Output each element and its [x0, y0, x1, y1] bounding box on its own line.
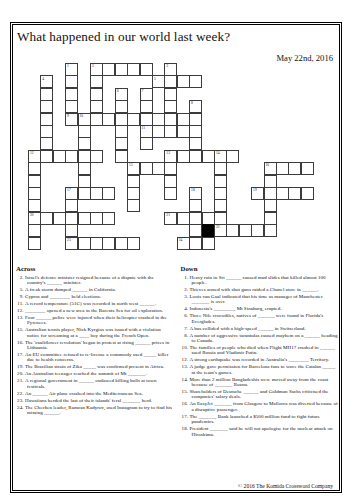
grid-cell[interactable]: 24: [177, 237, 190, 250]
grid-cell[interactable]: [226, 150, 239, 163]
cell-number: 15: [129, 163, 133, 167]
grid-cell[interactable]: [102, 63, 115, 76]
grid-cell[interactable]: [90, 150, 103, 163]
clue-text: ________ opened a new area in the Barent…: [25, 308, 163, 313]
cell-number: 5: [154, 77, 156, 81]
grid-cell[interactable]: [189, 150, 202, 163]
grid-cell[interactable]: [127, 237, 140, 250]
grid-cell[interactable]: [53, 150, 66, 163]
grid-cell[interactable]: 2: [90, 63, 103, 76]
grid-cell[interactable]: [214, 199, 227, 212]
cell-number: 16: [265, 163, 269, 167]
clue-number: 12.: [181, 357, 190, 362]
grid-cell[interactable]: 6: [115, 88, 128, 101]
clue-text: Four ______ police were injured when the…: [25, 315, 167, 325]
grid-cell[interactable]: 7: [140, 88, 153, 101]
grid-cell[interactable]: [164, 100, 177, 113]
clue-item: 10.The families of people who died when …: [181, 345, 339, 356]
clue-item: 5.A freak storm dumped ______ in Califor…: [16, 287, 174, 292]
grid-cell[interactable]: [102, 187, 115, 200]
clue-text: Thieves armed with shot guns raided a Ch…: [190, 287, 319, 292]
clue-item: 11.A record temperature (51C) was record…: [16, 301, 174, 306]
clue-number: 2.: [181, 287, 190, 292]
grid-cell[interactable]: [127, 175, 140, 188]
grid-cell[interactable]: [214, 175, 227, 188]
clue-text: A freak storm dumped ______ in Californi…: [25, 287, 116, 292]
across-clues-section: Across 2.Israel's defence minister resig…: [16, 265, 174, 439]
clue-text: Hawaiians herded the last of their islan…: [25, 398, 152, 403]
clue-number: 10.: [181, 345, 190, 350]
clue-text: An EasyJet _______ from Glasgow to Mallo…: [190, 401, 338, 411]
clue-number: 12.: [16, 308, 25, 313]
down-header: Down: [181, 265, 339, 272]
grid-cell[interactable]: [78, 212, 91, 225]
clue-number: 8.: [181, 333, 190, 338]
cell-number: 1: [67, 64, 69, 68]
clue-number: 22.: [16, 391, 25, 396]
grid-cell[interactable]: [226, 224, 239, 237]
grid-cell[interactable]: [78, 175, 91, 188]
clue-text: A regional government in ______ outlawed…: [25, 378, 157, 388]
grid-cell[interactable]: [214, 187, 227, 200]
clue-text: Israel's defence minister resigned becau…: [25, 275, 154, 285]
grid-cell[interactable]: [189, 137, 202, 150]
grid-cell[interactable]: [164, 113, 177, 126]
grid-cell[interactable]: [202, 237, 215, 250]
grid-cell[interactable]: [264, 175, 277, 188]
grid-cell[interactable]: [164, 187, 177, 200]
clue-item: 20.An Australian teenager reached the su…: [16, 371, 174, 376]
clue-number: 6.: [181, 313, 190, 318]
grid-cell[interactable]: 12: [28, 150, 41, 163]
clue-item: 22.An ______ Air plane crashed into the …: [16, 391, 174, 396]
grid-cell[interactable]: [115, 125, 128, 138]
grid-cell[interactable]: [78, 125, 91, 138]
clue-number: 11.: [16, 301, 25, 306]
grid-cell[interactable]: 23: [65, 237, 78, 250]
clue-item: 17.The _______ Bank launched a $500 mill…: [181, 414, 339, 425]
clue-text: The _______ Bank launched a $500 million…: [190, 414, 321, 424]
grid-cell[interactable]: 1: [65, 63, 78, 76]
grid-cell[interactable]: [65, 199, 78, 212]
grid-cell[interactable]: 10: [78, 113, 91, 126]
clue-text: Heavy rain in Sri ______ caused mud slid…: [190, 275, 326, 285]
grid-cell[interactable]: [189, 75, 202, 88]
grid-cell[interactable]: 14: [214, 150, 227, 163]
clue-item: 6.Three Nile crocodiles, natives of ____…: [181, 313, 339, 324]
grid-cell[interactable]: [65, 224, 78, 237]
grid-cell[interactable]: [189, 113, 202, 126]
cell-number: 11: [141, 126, 145, 130]
grid-cell[interactable]: [214, 212, 227, 225]
grid-cell[interactable]: [90, 212, 103, 225]
cell-number: 2: [92, 64, 94, 68]
grid-cell[interactable]: [28, 175, 41, 188]
grid-cell[interactable]: [90, 100, 103, 113]
grid-cell[interactable]: [214, 162, 227, 175]
clue-item: 16.The 'cauliflower revolution' began in…: [16, 340, 174, 351]
grid-cell[interactable]: 16: [264, 162, 277, 175]
clue-number: 23.: [16, 398, 25, 403]
clue-text: An EU committee refused to re-license a …: [25, 352, 169, 362]
grid-cell[interactable]: [28, 224, 41, 237]
grid-cell[interactable]: [115, 237, 128, 250]
clue-item: 7.A bus collided with a high-speed _____…: [181, 326, 339, 331]
grid-cell[interactable]: [177, 75, 190, 88]
clue-item: 15.Australian tennis player, Nick Kyrgio…: [16, 327, 174, 338]
grid-cell[interactable]: [28, 199, 41, 212]
grid-cell[interactable]: [177, 150, 190, 163]
cell-number: 22: [216, 225, 220, 229]
grid-cell[interactable]: [40, 100, 53, 113]
clue-text: Indonesia's ________, Mt Sinaburg, erupt…: [190, 306, 282, 311]
clue-text: A record temperature (51C) was recorded …: [25, 301, 156, 306]
grid-cell[interactable]: [177, 212, 190, 225]
grid-cell[interactable]: [288, 187, 301, 200]
clue-text: Three Nile crocodiles, natives of ______…: [190, 313, 324, 323]
grid-cell[interactable]: [177, 125, 190, 138]
cell-number: 20: [30, 213, 34, 217]
grid-cell[interactable]: [102, 237, 115, 250]
grid-cell[interactable]: [90, 237, 103, 250]
clue-text: A judge gave permission for Barcelona fa…: [190, 364, 336, 374]
clue-number: 1.: [181, 275, 190, 280]
grid-cell[interactable]: [40, 125, 53, 138]
down-clues-section: Down 1.Heavy rain in Sri ______ caused m…: [181, 265, 339, 439]
clue-item: 14.More than 2 million Bangladeshis were…: [181, 377, 339, 388]
grid-cell[interactable]: [40, 88, 53, 101]
cell-number: 18: [191, 188, 195, 192]
grid-cell[interactable]: [152, 162, 165, 175]
cell-number: 6: [117, 89, 119, 93]
grid-cell[interactable]: 22: [214, 224, 227, 237]
grid-cell[interactable]: [189, 212, 202, 225]
cell-number: 7: [141, 89, 143, 93]
black-cell: [202, 224, 215, 237]
grid-cell[interactable]: [115, 137, 128, 150]
clue-text: Shareholders of Deutsche ______ and Gold…: [190, 389, 329, 399]
grid-cell[interactable]: [115, 113, 128, 126]
grid-cell[interactable]: [276, 187, 289, 200]
grid-cell[interactable]: [276, 162, 289, 175]
grid-cell[interactable]: [78, 237, 91, 250]
clue-item: 17.An EU committee refused to re-license…: [16, 352, 174, 363]
clue-item: 9.Cyprus and ________ held elections.: [16, 294, 174, 299]
page: What happened in our world last week? Ma…: [0, 0, 354, 500]
grid-cell[interactable]: 3: [164, 63, 177, 76]
grid-cell[interactable]: [102, 212, 115, 225]
clue-number: 15.: [181, 389, 190, 394]
across-clue-list: 2.Israel's defence minister resigned bec…: [16, 275, 174, 416]
cell-number: 3: [166, 64, 168, 68]
clue-item: 12.A strong earthquake was recorded in A…: [181, 357, 339, 362]
clue-text: Louis van Gaal indicated that his time a…: [190, 294, 323, 304]
grid-cell[interactable]: [140, 100, 153, 113]
grid-cell[interactable]: [264, 212, 277, 225]
clue-text: An ______ Air plane crashed into the Med…: [25, 391, 143, 396]
clue-number: 16.: [16, 340, 25, 345]
clue-item: 12.________ opened a new area in the Bar…: [16, 308, 174, 313]
grid-cell[interactable]: 13: [164, 150, 177, 163]
grid-cell[interactable]: [28, 237, 41, 250]
clue-item: 3.Louis van Gaal indicated that his time…: [181, 294, 339, 305]
grid-cell[interactable]: 20: [28, 212, 41, 225]
grid-cell[interactable]: 4: [40, 75, 53, 88]
clue-text: A strong earthquake was recorded in Aust…: [190, 357, 330, 362]
clue-number: 7.: [181, 326, 190, 331]
clue-number: 19.: [16, 364, 25, 369]
clue-text: The families of people who died when Fli…: [190, 345, 336, 355]
grid-cell[interactable]: [65, 88, 78, 101]
grid-cell[interactable]: 9: [65, 113, 78, 126]
clue-number: 17.: [16, 352, 25, 357]
clue-number: 14.: [181, 377, 190, 382]
grid-cell[interactable]: 8: [189, 100, 202, 113]
crossword-grid: 123456789101112131415161718192021222324: [28, 63, 314, 250]
grid-cell[interactable]: 11: [140, 125, 153, 138]
grid-cell[interactable]: [202, 150, 215, 163]
grid-cell[interactable]: [189, 224, 202, 237]
footer-credit: © 2016 The Komida Crossword Company: [238, 483, 333, 489]
clue-number: 5.: [16, 287, 25, 292]
grid-cell[interactable]: [177, 113, 190, 126]
cell-number: 13: [166, 151, 170, 155]
grid-cell[interactable]: [164, 88, 177, 101]
clue-text: Cyprus and ________ held elections.: [25, 294, 101, 299]
grid-cell[interactable]: [78, 162, 91, 175]
clue-number: 20.: [16, 371, 25, 376]
cell-number: 14: [216, 151, 220, 155]
clue-item: 21.A regional government in ______ outla…: [16, 378, 174, 389]
clue-text: President _______ said he will not apolo…: [190, 426, 333, 436]
clue-item: 15.Shareholders of Deutsche ______ and G…: [181, 389, 339, 400]
cell-number: 10: [79, 114, 83, 118]
grid-cell[interactable]: [301, 162, 314, 175]
grid-cell[interactable]: [152, 125, 165, 138]
grid-cell[interactable]: [164, 162, 177, 175]
clue-number: 15.: [16, 327, 25, 332]
across-header: Across: [16, 265, 174, 272]
grid-cell[interactable]: 17: [65, 187, 78, 200]
page-title: What happened in our world last week?: [17, 29, 230, 45]
puzzle-frame: What happened in our world last week? Ma…: [10, 22, 342, 493]
clues-section: Across 2.Israel's defence minister resig…: [16, 265, 338, 439]
cell-number: 21: [166, 213, 170, 217]
cell-number: 4: [42, 77, 44, 81]
clue-number: 2.: [16, 275, 25, 280]
grid-cell[interactable]: [127, 63, 140, 76]
grid-cell[interactable]: [115, 150, 128, 163]
cell-number: 17: [67, 188, 71, 192]
grid-cell[interactable]: [189, 237, 202, 250]
grid-cell[interactable]: [164, 75, 177, 88]
clue-text: The Chechen leader, Ramzan Kadyrov, used…: [25, 405, 172, 415]
grid-cell[interactable]: [65, 75, 78, 88]
cell-number: 24: [179, 238, 183, 242]
grid-cell[interactable]: [264, 187, 277, 200]
clue-item: 16.An EasyJet _______ from Glasgow to Ma…: [181, 401, 339, 412]
clue-item: 2.Thieves armed with shot guns raided a …: [181, 287, 339, 292]
grid-cell[interactable]: [264, 199, 277, 212]
grid-cell[interactable]: [90, 187, 103, 200]
grid-cell[interactable]: [90, 75, 103, 88]
grid-cell[interactable]: [152, 113, 165, 126]
cell-number: 9: [67, 114, 69, 118]
cell-number: 19: [253, 188, 257, 192]
clue-text: The 'cauliflower revolution' began in pr…: [25, 340, 169, 350]
grid-cell[interactable]: [28, 162, 41, 175]
grid-cell[interactable]: [115, 63, 128, 76]
grid-cell[interactable]: 18: [189, 187, 202, 200]
grid-cell[interactable]: [164, 125, 177, 138]
clue-item: 8.A number of aggressive tarantulas caus…: [181, 333, 339, 344]
grid-cell[interactable]: [301, 187, 314, 200]
clue-number: 9.: [16, 294, 25, 299]
clue-number: 17.: [181, 414, 190, 419]
grid-cell[interactable]: [65, 150, 78, 163]
grid-cell[interactable]: [78, 187, 91, 200]
puzzle-date: May 22nd, 2016: [276, 53, 333, 63]
grid-cell[interactable]: [28, 187, 41, 200]
cell-number: 12: [30, 151, 34, 155]
clue-item: 1.Heavy rain in Sri ______ caused mud sl…: [181, 275, 339, 286]
grid-cell[interactable]: [102, 113, 115, 126]
grid-cell[interactable]: [78, 137, 91, 150]
grid-cell[interactable]: [127, 187, 140, 200]
grid-cell[interactable]: [78, 150, 91, 163]
clue-item: 13.A judge gave permission for Barcelona…: [181, 364, 339, 375]
grid-cell[interactable]: [189, 125, 202, 138]
grid-cell[interactable]: 19: [251, 187, 264, 200]
grid-cell[interactable]: [40, 113, 53, 126]
grid-cell[interactable]: [40, 137, 53, 150]
grid-cell[interactable]: 15: [127, 162, 140, 175]
grid-cell[interactable]: [127, 199, 140, 212]
clue-item: 4.Indonesia's ________, Mt Sinaburg, eru…: [181, 306, 339, 311]
clue-number: 4.: [181, 306, 190, 311]
grid-cell[interactable]: [65, 100, 78, 113]
clue-text: An Australian teenager reached the summi…: [25, 371, 147, 376]
grid-cell[interactable]: [90, 113, 103, 126]
grid-cell[interactable]: [140, 113, 153, 126]
grid-cell[interactable]: 5: [152, 75, 165, 88]
clue-text: A bus collided with a high-speed ______ …: [190, 326, 306, 331]
grid-cell[interactable]: [115, 100, 128, 113]
grid-cell[interactable]: [140, 63, 153, 76]
down-clue-list: 1.Heavy rain in Sri ______ caused mud sl…: [181, 275, 339, 437]
clue-number: 24.: [16, 405, 25, 410]
clue-text: A number of aggressive tarantulas caused…: [190, 333, 338, 343]
clue-number: 13.: [16, 315, 25, 320]
grid-cell[interactable]: [239, 224, 252, 237]
cell-number: 8: [191, 101, 193, 105]
clue-text: More than 2 million Bangladeshis were mo…: [190, 377, 329, 387]
clue-number: 13.: [181, 364, 190, 369]
grid-cell[interactable]: [288, 162, 301, 175]
grid-cell[interactable]: [90, 88, 103, 101]
clue-number: 3.: [181, 294, 190, 299]
clue-number: 16.: [181, 401, 190, 406]
clue-item: 24.The Chechen leader, Ramzan Kadyrov, u…: [16, 405, 174, 416]
clue-number: 18.: [181, 426, 190, 431]
grid-cell[interactable]: [202, 212, 215, 225]
clue-text: The Brazilian strain of Zika _____ was c…: [25, 364, 164, 369]
grid-cell[interactable]: [65, 212, 78, 225]
cell-number: 23: [67, 238, 71, 242]
clue-item: 13.Four ______ police were injured when …: [16, 315, 174, 326]
grid-cell[interactable]: [40, 212, 53, 225]
grid-cell[interactable]: [140, 137, 153, 150]
grid-cell[interactable]: [40, 150, 53, 163]
grid-cell[interactable]: 21: [164, 212, 177, 225]
clue-number: 21.: [16, 378, 25, 383]
grid-cell[interactable]: [264, 224, 277, 237]
grid-cell[interactable]: [140, 162, 153, 175]
grid-cell[interactable]: [164, 175, 177, 188]
clue-text: Australian tennis player, Nick Kyrgios w…: [25, 327, 161, 337]
grid-cell[interactable]: [127, 113, 140, 126]
grid-cell[interactable]: [251, 224, 264, 237]
clue-item: 23.Hawaiians herded the last of their is…: [16, 398, 174, 403]
grid-cell[interactable]: [53, 212, 66, 225]
clue-item: 2.Israel's defence minister resigned bec…: [16, 275, 174, 286]
clue-item: 18.President _______ said he will not ap…: [181, 426, 339, 437]
clue-item: 19.The Brazilian strain of Zika _____ wa…: [16, 364, 174, 369]
grid-cell[interactable]: [189, 199, 202, 212]
